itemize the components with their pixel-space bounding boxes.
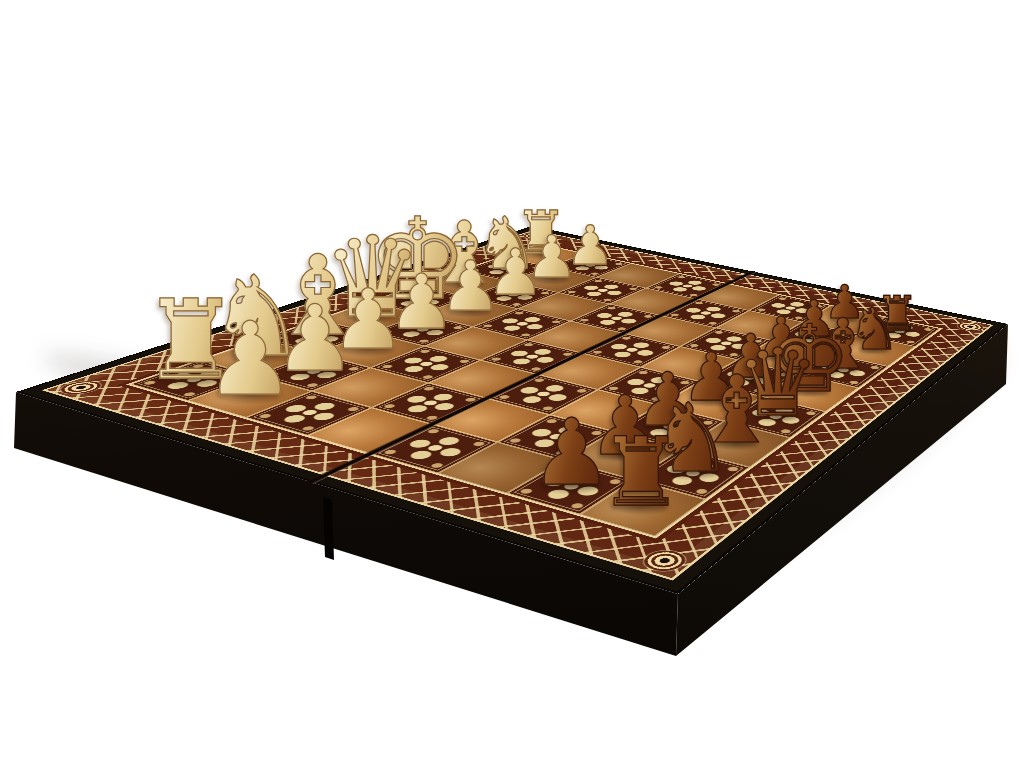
chess-board (16, 226, 1008, 594)
product-photo-stage: ♜♟♞♟♝♟♚♟♛♟♟♜♝♟♟♞♟♞♝♟♟♜♚♟♟♛♟♝♟♞♟♜ (0, 0, 1024, 769)
board-border-decor (42, 230, 994, 581)
